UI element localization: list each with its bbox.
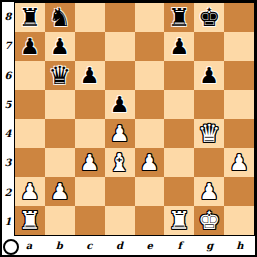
white-to-move-indicator <box>3 239 19 255</box>
square-g5[interactable] <box>194 90 224 119</box>
chess-diagram: 87654321 ♜♞♜♚♟♟♟♛♟♟♟♟♛♟♝♟♟♟♟♟♜♜♚ abcdefg… <box>0 0 257 257</box>
square-c4[interactable] <box>75 119 105 148</box>
square-d7[interactable] <box>105 32 135 61</box>
square-b2[interactable]: ♟ <box>45 177 75 206</box>
square-h6[interactable] <box>224 61 254 90</box>
square-g6[interactable]: ♟ <box>194 61 224 90</box>
piece-black-queen[interactable]: ♛ <box>49 63 71 88</box>
file-label-h: h <box>225 236 255 255</box>
piece-white-pawn[interactable]: ♟ <box>50 181 70 203</box>
rank-label-5: 5 <box>2 90 14 119</box>
square-d6[interactable] <box>105 61 135 90</box>
square-h8[interactable] <box>224 3 254 32</box>
piece-white-queen[interactable]: ♛ <box>198 121 220 146</box>
square-b4[interactable] <box>45 119 75 148</box>
piece-black-pawn[interactable]: ♟ <box>199 65 219 87</box>
square-h1[interactable] <box>224 206 254 235</box>
square-f3[interactable] <box>164 148 194 177</box>
file-label-g: g <box>195 236 225 255</box>
square-d2[interactable] <box>105 177 135 206</box>
square-d4[interactable]: ♟ <box>105 119 135 148</box>
square-a6[interactable] <box>15 61 45 90</box>
square-c7[interactable] <box>75 32 105 61</box>
rank-label-2: 2 <box>2 178 14 207</box>
square-g8[interactable]: ♚ <box>194 3 224 32</box>
piece-white-pawn[interactable]: ♟ <box>199 181 219 203</box>
piece-white-king[interactable]: ♚ <box>198 208 220 233</box>
rank-label-7: 7 <box>2 31 14 60</box>
file-label-d: d <box>104 236 134 255</box>
square-a5[interactable] <box>15 90 45 119</box>
piece-black-rook[interactable]: ♜ <box>168 5 190 30</box>
square-h7[interactable] <box>224 32 254 61</box>
rank-label-4: 4 <box>2 119 14 148</box>
square-c8[interactable] <box>75 3 105 32</box>
piece-black-pawn[interactable]: ♟ <box>169 36 189 58</box>
piece-black-pawn[interactable]: ♟ <box>20 36 40 58</box>
rank-label-8: 8 <box>2 2 14 31</box>
square-g1[interactable]: ♚ <box>194 206 224 235</box>
square-h5[interactable] <box>224 90 254 119</box>
rank-label-6: 6 <box>2 61 14 90</box>
square-a4[interactable] <box>15 119 45 148</box>
square-c3[interactable]: ♟ <box>75 148 105 177</box>
square-a1[interactable]: ♜ <box>15 206 45 235</box>
square-e5[interactable] <box>135 90 165 119</box>
file-label-f: f <box>165 236 195 255</box>
piece-white-pawn[interactable]: ♟ <box>20 181 40 203</box>
chess-board: ♜♞♜♚♟♟♟♛♟♟♟♟♛♟♝♟♟♟♟♟♜♜♚ <box>14 2 255 236</box>
rank-labels: 87654321 <box>2 2 14 236</box>
piece-black-pawn[interactable]: ♟ <box>50 36 70 58</box>
square-c5[interactable] <box>75 90 105 119</box>
square-f7[interactable]: ♟ <box>164 32 194 61</box>
square-e4[interactable] <box>135 119 165 148</box>
piece-white-pawn[interactable]: ♟ <box>140 152 160 174</box>
square-e8[interactable] <box>135 3 165 32</box>
square-b7[interactable]: ♟ <box>45 32 75 61</box>
square-b5[interactable] <box>45 90 75 119</box>
piece-black-pawn[interactable]: ♟ <box>80 65 100 87</box>
square-a3[interactable] <box>15 148 45 177</box>
piece-white-pawn[interactable]: ♟ <box>229 152 249 174</box>
square-e2[interactable] <box>135 177 165 206</box>
rank-label-1: 1 <box>2 207 14 236</box>
square-g2[interactable]: ♟ <box>194 177 224 206</box>
square-b6[interactable]: ♛ <box>45 61 75 90</box>
square-h3[interactable]: ♟ <box>224 148 254 177</box>
square-e6[interactable] <box>135 61 165 90</box>
square-g4[interactable]: ♛ <box>194 119 224 148</box>
piece-black-knight[interactable]: ♞ <box>49 5 71 30</box>
square-a2[interactable]: ♟ <box>15 177 45 206</box>
square-a7[interactable]: ♟ <box>15 32 45 61</box>
square-f8[interactable]: ♜ <box>164 3 194 32</box>
file-label-c: c <box>74 236 104 255</box>
piece-white-rook[interactable]: ♜ <box>19 208 41 233</box>
square-f1[interactable]: ♜ <box>164 206 194 235</box>
square-h2[interactable] <box>224 177 254 206</box>
piece-black-pawn[interactable]: ♟ <box>110 94 130 116</box>
square-g7[interactable] <box>194 32 224 61</box>
square-b8[interactable]: ♞ <box>45 3 75 32</box>
square-g3[interactable] <box>194 148 224 177</box>
square-b1[interactable] <box>45 206 75 235</box>
file-labels: abcdefgh <box>14 236 255 255</box>
piece-white-pawn[interactable]: ♟ <box>80 152 100 174</box>
square-e1[interactable] <box>135 206 165 235</box>
square-d1[interactable] <box>105 206 135 235</box>
file-label-b: b <box>44 236 74 255</box>
square-a8[interactable]: ♜ <box>15 3 45 32</box>
square-c6[interactable]: ♟ <box>75 61 105 90</box>
square-f4[interactable] <box>164 119 194 148</box>
square-e3[interactable]: ♟ <box>135 148 165 177</box>
piece-white-bishop[interactable]: ♝ <box>108 150 130 175</box>
square-f6[interactable] <box>164 61 194 90</box>
piece-black-king[interactable]: ♚ <box>198 5 220 30</box>
square-f2[interactable] <box>164 177 194 206</box>
square-b3[interactable] <box>45 148 75 177</box>
square-c1[interactable] <box>75 206 105 235</box>
square-c2[interactable] <box>75 177 105 206</box>
piece-white-rook[interactable]: ♜ <box>168 208 190 233</box>
square-e7[interactable] <box>135 32 165 61</box>
square-f5[interactable] <box>164 90 194 119</box>
square-d5[interactable]: ♟ <box>105 90 135 119</box>
square-d3[interactable]: ♝ <box>105 148 135 177</box>
square-h4[interactable] <box>224 119 254 148</box>
square-d8[interactable] <box>105 3 135 32</box>
file-label-e: e <box>135 236 165 255</box>
piece-white-pawn[interactable]: ♟ <box>110 123 130 145</box>
piece-black-rook[interactable]: ♜ <box>19 5 41 30</box>
rank-label-3: 3 <box>2 148 14 177</box>
